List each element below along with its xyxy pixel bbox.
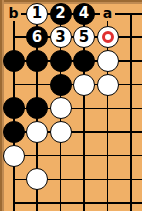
stone-black [50,74,72,96]
stone-black [50,50,72,72]
stone-white [73,74,95,96]
empty-point[interactable] [100,124,116,140]
stone-black [3,50,25,72]
stone-black [26,50,48,72]
empty-point[interactable] [123,100,139,116]
empty-point[interactable] [100,100,116,116]
stone-black-2: 2 [50,3,72,25]
circle-marker [102,31,114,43]
empty-point[interactable] [6,171,22,187]
stone-white-5: 5 [73,26,95,48]
empty-point[interactable] [53,195,69,211]
empty-point[interactable] [6,77,22,93]
empty-point[interactable] [123,171,139,187]
stone-white [50,121,72,143]
empty-point[interactable] [123,53,139,69]
stone-white-1: 1 [26,3,48,25]
stone-white [97,50,119,72]
empty-point[interactable] [6,29,22,45]
empty-point[interactable] [53,171,69,187]
empty-point[interactable] [6,195,22,211]
empty-point[interactable] [29,195,45,211]
stone-white [50,97,72,119]
empty-point[interactable] [123,29,139,45]
stone-white [3,145,25,167]
empty-point[interactable] [100,171,116,187]
stone-white-circled [97,26,119,48]
empty-point[interactable] [100,195,116,211]
empty-point[interactable] [100,148,116,164]
stone-black-4: 4 [73,3,95,25]
stone-white-3: 3 [50,26,72,48]
empty-point[interactable] [29,77,45,93]
stone-white [26,168,48,190]
empty-point[interactable] [76,195,92,211]
point-label-b[interactable]: b [6,6,21,21]
stone-black [3,97,25,119]
board-edge-top [0,0,142,4]
empty-point[interactable] [76,100,92,116]
empty-point[interactable] [76,171,92,187]
empty-point[interactable] [53,148,69,164]
empty-point[interactable] [29,148,45,164]
empty-point[interactable] [123,6,139,22]
stone-black [3,121,25,143]
stone-black [26,97,48,119]
empty-point[interactable] [123,148,139,164]
stone-white [26,121,48,143]
empty-point[interactable] [123,77,139,93]
empty-point[interactable] [123,195,139,211]
empty-point[interactable] [76,124,92,140]
point-label-a[interactable]: a [100,6,115,21]
go-board: b124a635 [0,0,142,211]
empty-point[interactable] [76,148,92,164]
stone-black [73,50,95,72]
stone-black-6: 6 [26,26,48,48]
empty-point[interactable] [123,124,139,140]
stone-white [97,74,119,96]
